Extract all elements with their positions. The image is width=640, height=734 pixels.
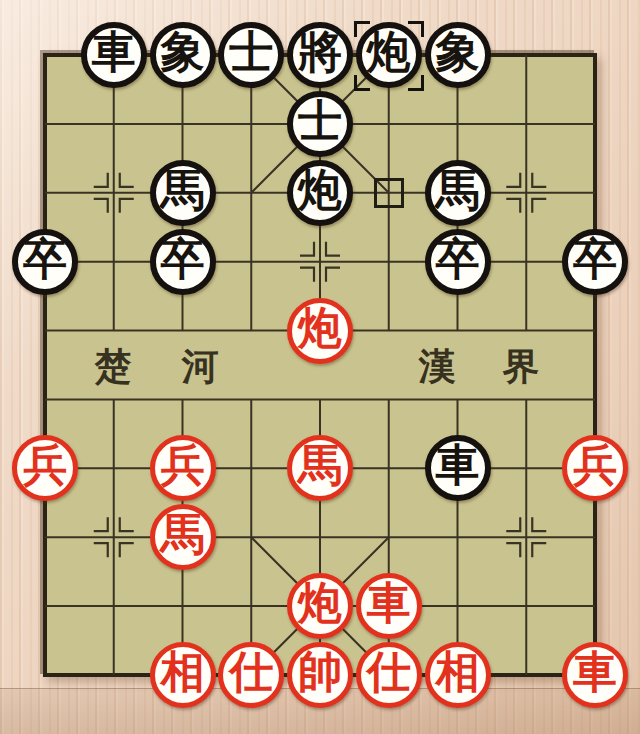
piece-glyph: 將	[298, 31, 342, 75]
piece-glyph: 卒	[573, 238, 617, 282]
piece-glyph: 象	[436, 31, 480, 75]
piece-glyph: 相	[161, 651, 205, 695]
piece-black-advisor[interactable]: 士	[218, 22, 284, 88]
piece-black-general[interactable]: 將	[287, 22, 353, 88]
piece-glyph: 士	[298, 100, 342, 144]
piece-red-soldier[interactable]: 兵	[12, 435, 78, 501]
piece-red-chariot[interactable]: 車	[356, 573, 422, 639]
piece-red-advisor[interactable]: 仕	[356, 642, 422, 708]
piece-glyph: 車	[436, 444, 480, 488]
piece-red-soldier[interactable]: 兵	[150, 435, 216, 501]
piece-glyph: 象	[161, 31, 205, 75]
piece-black-chariot[interactable]: 車	[81, 22, 147, 88]
piece-black-horse[interactable]: 馬	[425, 160, 491, 226]
piece-black-chariot[interactable]: 車	[425, 435, 491, 501]
piece-glyph: 炮	[298, 307, 342, 351]
piece-black-soldier[interactable]: 卒	[425, 229, 491, 295]
piece-glyph: 炮	[298, 582, 342, 626]
piece-black-soldier[interactable]: 卒	[12, 229, 78, 295]
piece-glyph: 炮	[298, 169, 342, 213]
piece-red-soldier[interactable]: 兵	[562, 435, 628, 501]
piece-red-cannon[interactable]: 炮	[287, 298, 353, 364]
piece-glyph: 卒	[23, 238, 67, 282]
piece-red-advisor[interactable]: 仕	[218, 642, 284, 708]
piece-glyph: 卒	[436, 238, 480, 282]
piece-black-cannon[interactable]: 炮	[287, 160, 353, 226]
piece-glyph: 車	[367, 582, 411, 626]
river-label-jie: 界	[503, 342, 540, 392]
river-label-han: 漢	[419, 342, 456, 392]
piece-red-chariot[interactable]: 車	[562, 642, 628, 708]
piece-glyph: 馬	[436, 169, 480, 213]
piece-red-horse[interactable]: 馬	[287, 435, 353, 501]
piece-black-horse[interactable]: 馬	[150, 160, 216, 226]
piece-glyph: 卒	[161, 238, 205, 282]
piece-red-elephant[interactable]: 相	[150, 642, 216, 708]
piece-glyph: 馬	[161, 169, 205, 213]
piece-red-cannon[interactable]: 炮	[287, 573, 353, 639]
last-move-destination-marker	[354, 21, 424, 91]
piece-red-horse[interactable]: 馬	[150, 504, 216, 570]
piece-glyph: 車	[573, 651, 617, 695]
xiangqi-app-screenshot: 楚 河 漢 界 車象士將炮象士馬炮馬卒卒卒卒炮兵兵馬車兵馬炮車相仕帥仕相車	[0, 0, 640, 734]
bracket-top-left-icon	[354, 21, 370, 37]
river-label-he: 河	[182, 342, 219, 392]
piece-red-elephant[interactable]: 相	[425, 642, 491, 708]
piece-glyph: 車	[92, 31, 136, 75]
piece-glyph: 馬	[161, 513, 205, 557]
piece-black-soldier[interactable]: 卒	[150, 229, 216, 295]
river-label-chu: 楚	[95, 342, 132, 392]
piece-black-elephant[interactable]: 象	[425, 22, 491, 88]
piece-glyph: 士	[229, 31, 273, 75]
bracket-bottom-right-icon	[408, 75, 424, 91]
piece-black-elephant[interactable]: 象	[150, 22, 216, 88]
piece-glyph: 仕	[367, 651, 411, 695]
piece-glyph: 帥	[298, 651, 342, 695]
piece-glyph: 仕	[229, 651, 273, 695]
piece-glyph: 兵	[573, 444, 617, 488]
piece-glyph: 馬	[298, 444, 342, 488]
last-move-origin-marker	[374, 178, 404, 208]
piece-glyph: 兵	[23, 444, 67, 488]
piece-glyph: 相	[436, 651, 480, 695]
bracket-top-right-icon	[408, 21, 424, 37]
bracket-bottom-left-icon	[354, 75, 370, 91]
piece-red-general[interactable]: 帥	[287, 642, 353, 708]
piece-black-advisor[interactable]: 士	[287, 91, 353, 157]
piece-glyph: 兵	[161, 444, 205, 488]
piece-black-soldier[interactable]: 卒	[562, 229, 628, 295]
